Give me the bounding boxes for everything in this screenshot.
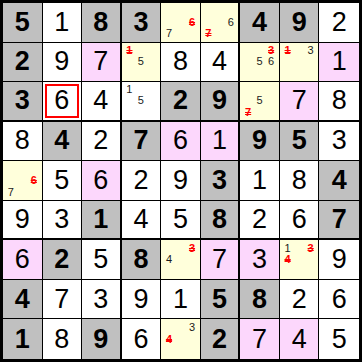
cell-r8c4[interactable]: 9 xyxy=(122,280,162,320)
cell-r4c2[interactable]: 4 xyxy=(43,122,83,162)
cell-value: 7 xyxy=(93,48,108,75)
cell-r5c1[interactable]: 67 xyxy=(3,161,43,201)
cell-value: 7 xyxy=(292,87,307,114)
cell-value: 6 xyxy=(54,87,69,114)
candidate-7-excluded: 7 xyxy=(242,106,254,117)
cell-r9c6[interactable]: 2 xyxy=(201,319,241,359)
cell-r6c9[interactable]: 7 xyxy=(319,201,359,241)
candidate-6: 6 xyxy=(265,56,277,68)
cell-r4c4[interactable]: 7 xyxy=(122,122,162,162)
cell-r2c1[interactable]: 2 xyxy=(3,43,43,83)
candidate-4-excluded: 4 xyxy=(282,254,294,266)
cell-value: 3 xyxy=(54,206,69,233)
cell-value: 9 xyxy=(252,127,267,154)
cell-r6c7[interactable]: 2 xyxy=(240,201,280,241)
cell-value: 8 xyxy=(133,246,148,273)
cell-r6c5[interactable]: 5 xyxy=(161,201,201,241)
cell-value: 8 xyxy=(93,9,108,36)
candidate-grid: 67 xyxy=(3,161,42,200)
cell-value: 1 xyxy=(332,48,347,75)
cell-r2c4[interactable]: 15 xyxy=(122,43,162,83)
candidate-5: 5 xyxy=(254,95,266,106)
cell-value: 6 xyxy=(332,286,347,313)
cell-r7c1[interactable]: 6 xyxy=(3,240,43,280)
cell-value: 4 xyxy=(15,286,30,313)
cell-r5c8[interactable]: 8 xyxy=(280,161,320,201)
cell-r5c9[interactable]: 4 xyxy=(319,161,359,201)
cell-value: 4 xyxy=(332,167,347,194)
cell-value: 5 xyxy=(292,127,307,154)
cell-r1c1[interactable]: 5 xyxy=(3,3,43,43)
cell-r8c5[interactable]: 1 xyxy=(161,280,201,320)
cell-r9c3[interactable]: 9 xyxy=(82,319,122,359)
cell-value: 5 xyxy=(54,167,69,194)
cell-r3c7[interactable]: 57 xyxy=(240,82,280,122)
candidate-grid: 57 xyxy=(240,82,279,120)
candidate-7: 7 xyxy=(163,28,175,40)
candidate-6-excluded: 6 xyxy=(28,175,40,187)
cell-r2c6[interactable]: 4 xyxy=(201,43,241,83)
cell-r9c8[interactable]: 4 xyxy=(280,319,320,359)
cell-r5c2[interactable]: 5 xyxy=(43,161,83,201)
cell-value: 2 xyxy=(212,326,227,353)
candidate-grid: 15 xyxy=(122,43,161,82)
cell-r5c3[interactable]: 6 xyxy=(82,161,122,201)
cell-value: 7 xyxy=(332,206,347,233)
candidate-grid: 34 xyxy=(161,319,200,359)
cell-value: 8 xyxy=(252,286,267,313)
candidate-grid: 34 xyxy=(161,240,200,279)
cell-value: 1 xyxy=(15,326,30,353)
candidate-5: 5 xyxy=(254,56,266,68)
cell-r6c2[interactable]: 3 xyxy=(43,201,83,241)
cell-value: 9 xyxy=(54,48,69,75)
cell-value: 6 xyxy=(93,167,108,194)
cell-r5c4[interactable]: 2 xyxy=(122,161,162,201)
cell-value: 4 xyxy=(54,127,69,154)
cell-r7c4[interactable]: 8 xyxy=(122,240,162,280)
candidate-6-excluded: 6 xyxy=(186,17,198,29)
cell-r6c8[interactable]: 6 xyxy=(280,201,320,241)
cell-value: 2 xyxy=(54,246,69,273)
cell-value: 3 xyxy=(332,127,347,154)
cell-value: 2 xyxy=(15,48,30,75)
cell-value: 2 xyxy=(292,286,307,313)
candidate-grid: 67 xyxy=(161,3,200,42)
cell-value: 4 xyxy=(212,48,227,75)
cell-r8c9[interactable]: 6 xyxy=(319,280,359,320)
cell-value: 2 xyxy=(133,167,148,194)
cell-r9c4[interactable]: 6 xyxy=(122,319,162,359)
candidate-5: 5 xyxy=(135,56,147,68)
cell-r1c4[interactable]: 3 xyxy=(122,3,162,43)
cell-value: 1 xyxy=(93,206,108,233)
cell-r8c8[interactable]: 2 xyxy=(280,280,320,320)
candidate-grid: 15 xyxy=(122,82,161,120)
cell-value: 8 xyxy=(292,167,307,194)
cell-r9c7[interactable]: 7 xyxy=(240,319,280,359)
cell-value: 4 xyxy=(292,326,307,353)
candidate-4-excluded: 4 xyxy=(163,333,175,345)
cell-r1c3[interactable]: 8 xyxy=(82,3,122,43)
cell-value: 8 xyxy=(332,87,347,114)
cell-value: 8 xyxy=(15,127,30,154)
candidate-grid: 13 xyxy=(280,43,319,82)
cell-value: 2 xyxy=(173,87,188,114)
cell-r8c6[interactable]: 5 xyxy=(201,280,241,320)
cell-value: 1 xyxy=(212,127,227,154)
cell-value: 1 xyxy=(173,286,188,313)
cell-r3c5[interactable]: 2 xyxy=(161,82,201,122)
cell-r4c8[interactable]: 5 xyxy=(280,122,320,162)
cell-r3c4[interactable]: 15 xyxy=(122,82,162,122)
cell-value: 7 xyxy=(252,326,267,353)
cell-r3c3[interactable]: 4 xyxy=(82,82,122,122)
cell-value: 8 xyxy=(173,48,188,75)
cell-r2c8[interactable]: 13 xyxy=(280,43,320,83)
candidate-7-excluded: 7 xyxy=(203,28,214,40)
cell-r4c5[interactable]: 6 xyxy=(161,122,201,162)
cell-value: 5 xyxy=(93,246,108,273)
candidate-3: 3 xyxy=(186,321,198,333)
cell-value: 7 xyxy=(133,127,148,154)
cell-value: 1 xyxy=(252,167,267,194)
cell-value: 5 xyxy=(212,286,227,313)
cell-value: 9 xyxy=(292,9,307,36)
cell-r1c9[interactable]: 2 xyxy=(319,3,359,43)
cell-value: 2 xyxy=(332,9,347,36)
cell-r2c2[interactable]: 9 xyxy=(43,43,83,83)
candidate-1-excluded: 1 xyxy=(124,45,136,57)
cell-r1c8[interactable]: 9 xyxy=(280,3,320,43)
cell-value: 9 xyxy=(173,167,188,194)
candidate-grid: 356 xyxy=(240,43,279,82)
candidate-3-excluded: 3 xyxy=(186,242,198,254)
cell-value: 3 xyxy=(15,87,30,114)
cell-value: 4 xyxy=(133,206,148,233)
cell-value: 4 xyxy=(93,87,108,114)
candidate-1: 1 xyxy=(124,84,136,95)
cell-r7c6[interactable]: 7 xyxy=(201,240,241,280)
cell-r7c5[interactable]: 34 xyxy=(161,240,201,280)
cell-value: 9 xyxy=(93,326,108,353)
cell-value: 1 xyxy=(54,9,69,36)
cell-value: 8 xyxy=(212,206,227,233)
candidate-3-excluded: 3 xyxy=(305,242,317,254)
cell-r6c1[interactable]: 9 xyxy=(3,201,43,241)
cell-r2c9[interactable]: 1 xyxy=(319,43,359,83)
cell-r2c7[interactable]: 356 xyxy=(240,43,280,83)
cell-r8c1[interactable]: 4 xyxy=(3,280,43,320)
cell-r7c7[interactable]: 3 xyxy=(240,240,280,280)
cell-r4c6[interactable]: 1 xyxy=(201,122,241,162)
cell-value: 9 xyxy=(332,246,347,273)
cell-r4c7[interactable]: 9 xyxy=(240,122,280,162)
cell-r3c2[interactable]: 6 xyxy=(43,82,83,122)
cell-r3c6[interactable]: 9 xyxy=(201,82,241,122)
cell-value: 5 xyxy=(332,326,347,353)
cell-value: 9 xyxy=(133,286,148,313)
cell-r2c5[interactable]: 8 xyxy=(161,43,201,83)
sudoku-board: 5183676749229715843561313641529577884276… xyxy=(0,0,362,362)
candidate-3: 3 xyxy=(305,45,317,57)
cell-r7c3[interactable]: 5 xyxy=(82,240,122,280)
cell-r4c9[interactable]: 3 xyxy=(319,122,359,162)
cell-r4c3[interactable]: 2 xyxy=(82,122,122,162)
cell-r8c7[interactable]: 8 xyxy=(240,280,280,320)
candidate-6: 6 xyxy=(225,17,236,29)
candidate-4: 4 xyxy=(163,254,175,266)
cell-value: 6 xyxy=(15,246,30,273)
cell-value: 7 xyxy=(212,246,227,273)
cell-value: 9 xyxy=(212,87,227,114)
cell-value: 5 xyxy=(15,9,30,36)
candidate-grid: 67 xyxy=(201,3,239,42)
cell-r5c5[interactable]: 9 xyxy=(161,161,201,201)
cell-r3c9[interactable]: 8 xyxy=(319,82,359,122)
cell-value: 6 xyxy=(133,326,148,353)
cell-r3c8[interactable]: 7 xyxy=(280,82,320,122)
cell-value: 4 xyxy=(252,9,267,36)
cell-r3c1[interactable]: 3 xyxy=(3,82,43,122)
cell-r8c3[interactable]: 3 xyxy=(82,280,122,320)
cell-value: 3 xyxy=(212,167,227,194)
cell-r6c6[interactable]: 8 xyxy=(201,201,241,241)
cell-value: 6 xyxy=(173,127,188,154)
cell-r2c3[interactable]: 7 xyxy=(82,43,122,83)
cell-r4c1[interactable]: 8 xyxy=(3,122,43,162)
cell-r5c7[interactable]: 1 xyxy=(240,161,280,201)
cell-r6c4[interactable]: 4 xyxy=(122,201,162,241)
cell-r6c3[interactable]: 1 xyxy=(82,201,122,241)
cell-value: 9 xyxy=(15,206,30,233)
cell-r1c6[interactable]: 67 xyxy=(201,3,241,43)
cell-r1c7[interactable]: 4 xyxy=(240,3,280,43)
cell-r7c9[interactable]: 9 xyxy=(319,240,359,280)
cell-r5c6[interactable]: 3 xyxy=(201,161,241,201)
candidate-1-excluded: 1 xyxy=(282,45,294,57)
cell-r7c8[interactable]: 134 xyxy=(280,240,320,280)
cell-value: 3 xyxy=(133,9,148,36)
cell-r9c1[interactable]: 1 xyxy=(3,319,43,359)
candidate-5: 5 xyxy=(135,95,147,106)
cell-r9c9[interactable]: 5 xyxy=(319,319,359,359)
cell-r9c5[interactable]: 34 xyxy=(161,319,201,359)
cell-value: 7 xyxy=(54,286,69,313)
cell-value: 6 xyxy=(292,206,307,233)
cell-r8c2[interactable]: 7 xyxy=(43,280,83,320)
cell-value: 3 xyxy=(252,246,267,273)
cell-value: 8 xyxy=(54,326,69,353)
cell-value: 5 xyxy=(173,206,188,233)
cell-r1c5[interactable]: 67 xyxy=(161,3,201,43)
cell-r1c2[interactable]: 1 xyxy=(43,3,83,43)
cell-value: 2 xyxy=(252,206,267,233)
cell-r9c2[interactable]: 8 xyxy=(43,319,83,359)
cell-value: 3 xyxy=(93,286,108,313)
cell-value: 2 xyxy=(93,127,108,154)
candidate-7: 7 xyxy=(5,186,17,198)
candidate-grid: 134 xyxy=(280,240,319,279)
cell-r7c2[interactable]: 2 xyxy=(43,240,83,280)
